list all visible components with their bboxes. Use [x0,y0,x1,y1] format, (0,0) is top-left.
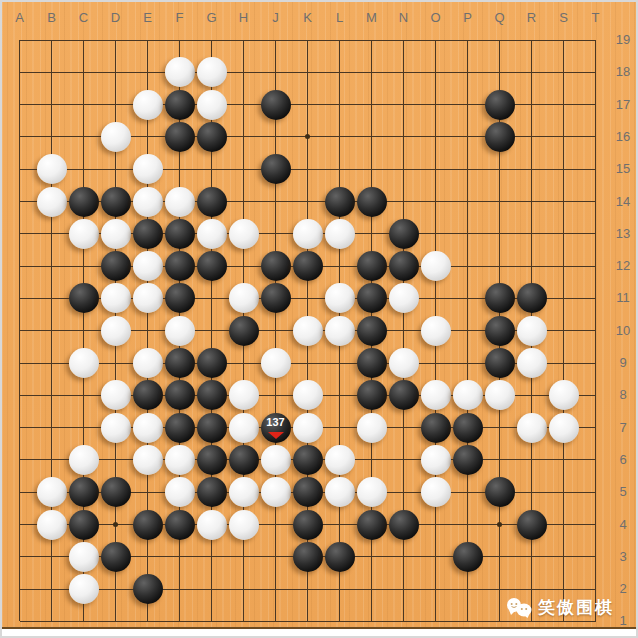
black-stone-Q5 [485,477,515,507]
black-stone-Q9 [485,348,515,378]
row-label-3: 3 [610,549,636,564]
go-app-screenshot: ABCDEFGHJKLMNOPQRST 19181716151413121110… [0,0,638,638]
grid-line-vertical [467,40,468,621]
white-stone-E14 [133,187,163,217]
black-stone-C11 [69,283,99,313]
black-stone-J11 [261,283,291,313]
black-stone-P7 [453,413,483,443]
column-label-M: M [356,10,388,25]
black-stone-F9 [165,348,195,378]
grid-line-horizontal [20,621,596,622]
black-stone-R4 [517,510,547,540]
white-stone-L11 [325,283,355,313]
white-stone-D7 [101,413,131,443]
white-stone-L6 [325,445,355,475]
star-point [113,522,118,527]
white-stone-H11 [229,283,259,313]
white-stone-O8 [421,380,451,410]
white-stone-C9 [69,348,99,378]
black-stone-G9 [197,348,227,378]
black-stone-E8 [133,380,163,410]
black-stone-C4 [69,510,99,540]
black-stone-F13 [165,219,195,249]
white-stone-F10 [165,316,195,346]
black-stone-Q17 [485,90,515,120]
white-stone-C6 [69,445,99,475]
white-stone-L13 [325,219,355,249]
white-stone-N11 [389,283,419,313]
column-label-J: J [260,10,292,25]
black-stone-K4 [293,510,323,540]
black-stone-G12 [197,251,227,281]
black-stone-C14 [69,187,99,217]
black-stone-J7: 137 [261,413,291,443]
black-stone-M8 [357,380,387,410]
black-stone-G8 [197,380,227,410]
white-stone-B15 [37,154,67,184]
column-label-N: N [388,10,420,25]
black-stone-D14 [101,187,131,217]
black-stone-F12 [165,251,195,281]
white-stone-K13 [293,219,323,249]
black-stone-C5 [69,477,99,507]
white-stone-L5 [325,477,355,507]
white-stone-B14 [37,187,67,217]
black-stone-D3 [101,542,131,572]
column-label-Q: Q [484,10,516,25]
black-stone-M12 [357,251,387,281]
black-stone-K6 [293,445,323,475]
black-stone-E4 [133,510,163,540]
white-stone-D10 [101,316,131,346]
row-label-13: 13 [610,226,636,241]
white-stone-B5 [37,477,67,507]
column-label-H: H [228,10,260,25]
row-label-6: 6 [610,452,636,467]
white-stone-H8 [229,380,259,410]
white-stone-H7 [229,413,259,443]
black-stone-N4 [389,510,419,540]
black-stone-F4 [165,510,195,540]
white-stone-O10 [421,316,451,346]
row-label-8: 8 [610,387,636,402]
white-stone-F6 [165,445,195,475]
white-stone-G13 [197,219,227,249]
white-stone-O6 [421,445,451,475]
white-stone-J9 [261,348,291,378]
white-stone-H13 [229,219,259,249]
black-stone-N8 [389,380,419,410]
white-stone-R9 [517,348,547,378]
row-label-18: 18 [610,64,636,79]
white-stone-G17 [197,90,227,120]
white-stone-G18 [197,57,227,87]
black-stone-M11 [357,283,387,313]
white-stone-D16 [101,122,131,152]
row-label-12: 12 [610,258,636,273]
white-stone-K8 [293,380,323,410]
white-stone-K7 [293,413,323,443]
white-stone-S7 [549,413,579,443]
black-stone-D12 [101,251,131,281]
white-stone-K10 [293,316,323,346]
row-label-4: 4 [610,517,636,532]
white-stone-F18 [165,57,195,87]
column-label-E: E [132,10,164,25]
white-stone-D13 [101,219,131,249]
row-label-16: 16 [610,129,636,144]
column-label-C: C [68,10,100,25]
white-stone-E17 [133,90,163,120]
column-label-R: R [516,10,548,25]
white-stone-E9 [133,348,163,378]
black-stone-E2 [133,574,163,604]
black-stone-R11 [517,283,547,313]
black-stone-M4 [357,510,387,540]
black-stone-H10 [229,316,259,346]
black-stone-G6 [197,445,227,475]
last-move-marker-triangle [268,432,284,439]
black-stone-G5 [197,477,227,507]
row-label-7: 7 [610,420,636,435]
white-stone-E6 [133,445,163,475]
column-label-P: P [452,10,484,25]
column-label-A: A [4,10,36,25]
black-stone-G14 [197,187,227,217]
column-label-F: F [164,10,196,25]
column-label-G: G [196,10,228,25]
white-stone-S8 [549,380,579,410]
black-stone-N13 [389,219,419,249]
black-stone-G7 [197,413,227,443]
black-stone-J17 [261,90,291,120]
white-stone-M7 [357,413,387,443]
white-stone-J6 [261,445,291,475]
black-stone-D5 [101,477,131,507]
black-stone-M10 [357,316,387,346]
black-stone-K12 [293,251,323,281]
white-stone-R7 [517,413,547,443]
column-label-S: S [548,10,580,25]
column-label-B: B [36,10,68,25]
column-label-D: D [100,10,132,25]
white-stone-M5 [357,477,387,507]
white-stone-C2 [69,574,99,604]
black-stone-F7 [165,413,195,443]
black-stone-Q16 [485,122,515,152]
row-label-11: 11 [610,290,636,305]
white-stone-O5 [421,477,451,507]
black-stone-J12 [261,251,291,281]
black-stone-M14 [357,187,387,217]
watermark: 笑傲围棋 [506,596,614,619]
black-stone-N12 [389,251,419,281]
row-label-15: 15 [610,161,636,176]
white-stone-C13 [69,219,99,249]
black-stone-F17 [165,90,195,120]
column-label-T: T [580,10,612,25]
black-stone-P6 [453,445,483,475]
white-stone-B4 [37,510,67,540]
black-stone-O7 [421,413,451,443]
last-move-number: 137 [261,416,291,428]
white-stone-H5 [229,477,259,507]
white-stone-O12 [421,251,451,281]
black-stone-J15 [261,154,291,184]
row-label-19: 19 [610,32,636,47]
black-stone-Q10 [485,316,515,346]
white-stone-E11 [133,283,163,313]
black-stone-G16 [197,122,227,152]
black-stone-F11 [165,283,195,313]
white-stone-D11 [101,283,131,313]
black-stone-M9 [357,348,387,378]
white-stone-N9 [389,348,419,378]
column-label-O: O [420,10,452,25]
white-stone-R10 [517,316,547,346]
white-stone-F14 [165,187,195,217]
white-stone-Q8 [485,380,515,410]
black-stone-P3 [453,542,483,572]
black-stone-K5 [293,477,323,507]
row-label-14: 14 [610,194,636,209]
white-stone-E12 [133,251,163,281]
white-stone-D8 [101,380,131,410]
white-stone-F5 [165,477,195,507]
white-stone-L10 [325,316,355,346]
row-label-5: 5 [610,484,636,499]
black-stone-E13 [133,219,163,249]
chat-bubbles-icon [506,597,532,619]
white-stone-J5 [261,477,291,507]
grid-line-vertical [595,40,596,621]
row-label-2: 2 [610,581,636,596]
white-stone-E7 [133,413,163,443]
black-stone-F8 [165,380,195,410]
white-stone-H4 [229,510,259,540]
watermark-text: 笑傲围棋 [538,596,614,619]
column-label-L: L [324,10,356,25]
grid-line-vertical [563,40,564,621]
column-label-K: K [292,10,324,25]
black-stone-F16 [165,122,195,152]
row-label-10: 10 [610,323,636,338]
black-stone-L3 [325,542,355,572]
white-stone-E15 [133,154,163,184]
white-stone-P8 [453,380,483,410]
row-label-9: 9 [610,355,636,370]
black-stone-L14 [325,187,355,217]
grid-line-horizontal [20,589,596,590]
black-stone-H6 [229,445,259,475]
row-label-17: 17 [610,97,636,112]
white-stone-C3 [69,542,99,572]
star-point [497,522,502,527]
black-stone-K3 [293,542,323,572]
white-stone-G4 [197,510,227,540]
black-stone-Q11 [485,283,515,313]
